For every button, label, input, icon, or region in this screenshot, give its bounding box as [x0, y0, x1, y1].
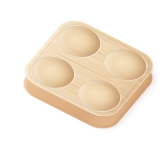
pit-grid	[17, 15, 160, 123]
product-photo-stage	[0, 0, 160, 160]
pit-top[interactable]	[50, 20, 108, 63]
four-pit-board	[17, 15, 160, 123]
